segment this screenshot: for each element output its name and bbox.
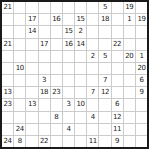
clue-number-17: 17 xyxy=(40,41,48,48)
cell-r8c9[interactable]: 6 xyxy=(112,99,123,110)
cell-r11c2[interactable] xyxy=(26,136,37,147)
cell-r1c8[interactable]: 18 xyxy=(99,14,110,25)
cell-r4c0[interactable] xyxy=(2,51,13,62)
clue-number-15: 15 xyxy=(64,28,72,35)
cell-r1c5[interactable] xyxy=(63,14,74,25)
cell-r8c11[interactable] xyxy=(136,99,147,110)
cell-r11c1[interactable]: 8 xyxy=(14,136,25,147)
cell-r2c0[interactable] xyxy=(2,26,13,37)
cell-r9c1[interactable] xyxy=(14,112,25,123)
cell-r6c0[interactable] xyxy=(2,75,13,86)
cell-r7c9[interactable] xyxy=(112,87,123,98)
clue-number-12: 12 xyxy=(101,89,109,96)
cell-r6c7[interactable] xyxy=(87,75,98,86)
cell-r5c7[interactable] xyxy=(87,63,98,74)
clue-number-4: 4 xyxy=(66,126,70,133)
clue-number-21: 21 xyxy=(4,41,12,48)
cell-r10c7[interactable] xyxy=(87,124,98,135)
cell-r4c11[interactable]: 1 xyxy=(136,51,147,62)
cell-r11c4[interactable] xyxy=(51,136,62,147)
clue-number-22: 22 xyxy=(40,138,48,145)
cell-r3c2[interactable] xyxy=(26,39,37,50)
clue-number-3: 3 xyxy=(42,77,46,84)
cell-r1c3[interactable] xyxy=(39,14,50,25)
cell-r9c2[interactable] xyxy=(26,112,37,123)
cell-r0c3[interactable] xyxy=(39,2,50,13)
cell-r6c3[interactable]: 3 xyxy=(39,75,50,86)
cell-r2c8[interactable] xyxy=(99,26,110,37)
cell-r9c11[interactable] xyxy=(136,112,147,123)
cell-r1c2[interactable]: 17 xyxy=(26,14,37,25)
cell-r8c5[interactable]: 3 xyxy=(63,99,74,110)
cell-r7c2[interactable] xyxy=(26,87,37,98)
cell-r4c7[interactable]: 2 xyxy=(87,51,98,62)
cell-r11c10[interactable] xyxy=(124,136,135,147)
clue-number-14: 14 xyxy=(77,41,85,48)
cell-r1c0[interactable] xyxy=(2,14,13,25)
clue-number-8: 8 xyxy=(18,138,22,145)
cell-r7c5[interactable] xyxy=(63,87,74,98)
cell-r5c11[interactable]: 20 xyxy=(136,63,147,74)
cell-r7c0[interactable]: 13 xyxy=(2,87,13,98)
cell-r10c0[interactable] xyxy=(2,124,13,135)
clue-number-2: 2 xyxy=(79,28,83,35)
cell-r8c4[interactable] xyxy=(51,99,62,110)
clue-number-16: 16 xyxy=(64,41,72,48)
cell-r10c11[interactable] xyxy=(136,124,147,135)
cell-r10c10[interactable] xyxy=(124,124,135,135)
cell-r8c1[interactable] xyxy=(14,99,25,110)
cell-r1c10[interactable]: 1 xyxy=(124,14,135,25)
cell-r0c7[interactable] xyxy=(87,2,98,13)
cell-r5c10[interactable] xyxy=(124,63,135,74)
clue-number-24: 24 xyxy=(4,138,12,145)
cell-r0c6[interactable] xyxy=(75,2,86,13)
cell-r6c6[interactable] xyxy=(75,75,86,86)
cell-r8c0[interactable]: 23 xyxy=(2,99,13,110)
cell-r4c5[interactable] xyxy=(63,51,74,62)
cell-r8c10[interactable] xyxy=(124,99,135,110)
cell-r4c9[interactable] xyxy=(112,51,123,62)
cell-r3c1[interactable] xyxy=(14,39,25,50)
cell-r1c9[interactable] xyxy=(112,14,123,25)
cell-r11c11[interactable] xyxy=(136,136,147,147)
cell-r4c4[interactable] xyxy=(51,51,62,62)
cell-r0c10[interactable]: 19 xyxy=(124,2,135,13)
clue-number-23: 23 xyxy=(52,89,60,96)
cell-r8c7[interactable] xyxy=(87,99,98,110)
cell-r10c9[interactable]: 11 xyxy=(112,124,123,135)
clue-number-9: 9 xyxy=(115,138,119,145)
cell-r3c7[interactable] xyxy=(87,39,98,50)
cell-r10c5[interactable]: 4 xyxy=(63,124,74,135)
clue-number-24: 24 xyxy=(16,126,24,133)
clue-number-18: 18 xyxy=(101,16,109,23)
clue-number-12: 12 xyxy=(113,114,121,121)
clue-number-19: 19 xyxy=(137,16,145,23)
cell-r3c5[interactable]: 16 xyxy=(63,39,74,50)
cell-r7c1[interactable] xyxy=(14,87,25,98)
cell-r9c3[interactable] xyxy=(39,112,50,123)
cell-r10c4[interactable] xyxy=(51,124,62,135)
cell-r2c7[interactable] xyxy=(87,26,98,37)
cell-r2c2[interactable]: 14 xyxy=(26,26,37,37)
cell-r3c4[interactable] xyxy=(51,39,62,50)
cell-r6c10[interactable] xyxy=(124,75,135,86)
clue-number-2: 2 xyxy=(91,53,95,60)
cell-r7c4[interactable]: 23 xyxy=(51,87,62,98)
cell-r11c5[interactable] xyxy=(63,136,74,147)
cell-r1c6[interactable]: 15 xyxy=(75,14,86,25)
cell-r4c6[interactable] xyxy=(75,51,86,62)
clue-number-23: 23 xyxy=(4,101,12,108)
cell-r3c0[interactable]: 21 xyxy=(2,39,13,50)
cell-r7c3[interactable]: 18 xyxy=(39,87,50,98)
cell-r0c2[interactable] xyxy=(26,2,37,13)
cell-r10c2[interactable] xyxy=(26,124,37,135)
cell-r6c4[interactable] xyxy=(51,75,62,86)
cell-r7c8[interactable]: 12 xyxy=(99,87,110,98)
cell-r6c11[interactable]: 6 xyxy=(136,75,147,86)
clue-number-15: 15 xyxy=(77,16,85,23)
cell-r8c3[interactable] xyxy=(39,99,50,110)
cell-r5c8[interactable] xyxy=(99,63,110,74)
cell-r0c4[interactable] xyxy=(51,2,62,13)
cell-r7c6[interactable] xyxy=(75,87,86,98)
cell-r6c8[interactable]: 7 xyxy=(99,75,110,86)
cell-r3c11[interactable] xyxy=(136,39,147,50)
cell-r1c1[interactable] xyxy=(14,14,25,25)
clue-number-7: 7 xyxy=(103,77,107,84)
clue-number-19: 19 xyxy=(125,4,133,11)
cell-r4c2[interactable] xyxy=(26,51,37,62)
cell-r5c5[interactable] xyxy=(63,63,74,74)
cell-r3c8[interactable] xyxy=(99,39,110,50)
cell-r4c8[interactable]: 5 xyxy=(99,51,110,62)
cell-r10c6[interactable] xyxy=(75,124,86,135)
cell-r2c6[interactable]: 2 xyxy=(75,26,86,37)
cell-r1c4[interactable]: 16 xyxy=(51,14,62,25)
cell-r6c2[interactable] xyxy=(26,75,37,86)
cell-r6c1[interactable] xyxy=(14,75,25,86)
cell-r3c10[interactable] xyxy=(124,39,135,50)
cell-r9c0[interactable] xyxy=(2,112,13,123)
cell-r10c3[interactable] xyxy=(39,124,50,135)
cell-r2c5[interactable]: 15 xyxy=(63,26,74,37)
cell-r0c11[interactable] xyxy=(136,2,147,13)
clue-number-11: 11 xyxy=(113,126,121,133)
clue-number-20: 20 xyxy=(137,65,145,72)
clue-number-22: 22 xyxy=(113,41,121,48)
cell-r5c0[interactable] xyxy=(2,63,13,74)
cell-r3c6[interactable]: 14 xyxy=(75,39,86,50)
clue-number-13: 13 xyxy=(4,89,12,96)
cell-r0c9[interactable] xyxy=(112,2,123,13)
cell-r4c3[interactable] xyxy=(39,51,50,62)
cell-r2c3[interactable] xyxy=(39,26,50,37)
clue-number-18: 18 xyxy=(40,89,48,96)
cell-r9c9[interactable]: 12 xyxy=(112,112,123,123)
cell-r9c5[interactable] xyxy=(63,112,74,123)
clue-number-16: 16 xyxy=(52,16,60,23)
cell-r2c11[interactable] xyxy=(136,26,147,37)
cell-r1c7[interactable] xyxy=(87,14,98,25)
cell-r5c2[interactable] xyxy=(26,63,37,74)
cell-r5c9[interactable] xyxy=(112,63,123,74)
clue-number-1: 1 xyxy=(127,16,131,23)
clue-number-7: 7 xyxy=(91,89,95,96)
cell-r3c3[interactable]: 17 xyxy=(39,39,50,50)
clue-number-11: 11 xyxy=(89,138,97,145)
cell-r11c6[interactable] xyxy=(75,136,86,147)
cell-r0c1[interactable] xyxy=(14,2,25,13)
numberlink-board: 2151917161518119141522117161422252011020… xyxy=(0,0,149,149)
cell-r11c0[interactable]: 24 xyxy=(2,136,13,147)
clue-number-3: 3 xyxy=(66,101,70,108)
cell-r4c10[interactable]: 20 xyxy=(124,51,135,62)
clue-number-14: 14 xyxy=(28,28,36,35)
clue-number-8: 8 xyxy=(54,114,58,121)
clue-number-17: 17 xyxy=(28,16,36,23)
cell-r4c1[interactable] xyxy=(14,51,25,62)
clue-number-10: 10 xyxy=(16,65,24,72)
cell-r9c4[interactable]: 8 xyxy=(51,112,62,123)
cell-r8c8[interactable] xyxy=(99,99,110,110)
cell-r2c1[interactable] xyxy=(14,26,25,37)
cell-r11c9[interactable]: 9 xyxy=(112,136,123,147)
cell-r8c6[interactable]: 10 xyxy=(75,99,86,110)
cell-r9c7[interactable]: 4 xyxy=(87,112,98,123)
cell-r3c9[interactable]: 22 xyxy=(112,39,123,50)
cell-r2c9[interactable] xyxy=(112,26,123,37)
cell-r10c8[interactable] xyxy=(99,124,110,135)
cell-r9c6[interactable] xyxy=(75,112,86,123)
cell-r0c8[interactable]: 5 xyxy=(99,2,110,13)
cell-r5c6[interactable] xyxy=(75,63,86,74)
cell-r6c5[interactable] xyxy=(63,75,74,86)
cell-r7c11[interactable]: 9 xyxy=(136,87,147,98)
cell-r5c1[interactable]: 10 xyxy=(14,63,25,74)
cell-r11c3[interactable]: 22 xyxy=(39,136,50,147)
clue-number-9: 9 xyxy=(139,89,143,96)
cell-r11c8[interactable] xyxy=(99,136,110,147)
cell-r10c1[interactable]: 24 xyxy=(14,124,25,135)
clue-number-4: 4 xyxy=(91,114,95,121)
clue-number-10: 10 xyxy=(77,101,85,108)
cell-r7c7[interactable]: 7 xyxy=(87,87,98,98)
clue-number-6: 6 xyxy=(139,77,143,84)
clue-number-20: 20 xyxy=(125,53,133,60)
cell-r9c10[interactable] xyxy=(124,112,135,123)
cell-r6c9[interactable] xyxy=(112,75,123,86)
cell-r8c2[interactable]: 13 xyxy=(26,99,37,110)
cell-r5c4[interactable] xyxy=(51,63,62,74)
cell-r11c7[interactable]: 11 xyxy=(87,136,98,147)
cell-r2c4[interactable] xyxy=(51,26,62,37)
cell-r2c10[interactable] xyxy=(124,26,135,37)
cell-r1c11[interactable]: 19 xyxy=(136,14,147,25)
cell-r9c8[interactable] xyxy=(99,112,110,123)
clue-number-5: 5 xyxy=(103,53,107,60)
cell-r5c3[interactable] xyxy=(39,63,50,74)
cell-r0c5[interactable] xyxy=(63,2,74,13)
clue-number-1: 1 xyxy=(139,53,143,60)
clue-number-5: 5 xyxy=(103,4,107,11)
cell-r7c10[interactable] xyxy=(124,87,135,98)
clue-number-6: 6 xyxy=(115,101,119,108)
cell-r0c0[interactable]: 21 xyxy=(2,2,13,13)
clue-number-21: 21 xyxy=(4,4,12,11)
clue-number-13: 13 xyxy=(28,101,36,108)
